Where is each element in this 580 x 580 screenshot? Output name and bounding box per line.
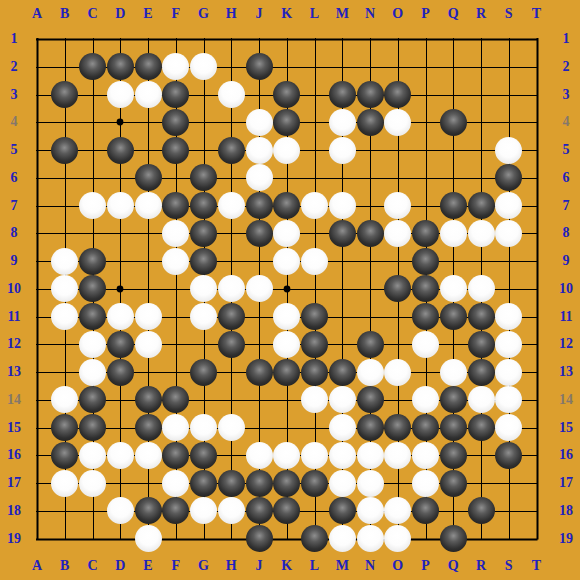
board-intersection-J11[interactable] bbox=[245, 303, 273, 331]
board-intersection-K14[interactable] bbox=[273, 386, 301, 414]
board-intersection-K8[interactable] bbox=[273, 219, 301, 247]
board-intersection-A5[interactable] bbox=[23, 136, 51, 164]
board-intersection-C14[interactable] bbox=[79, 386, 107, 414]
board-intersection-L7[interactable] bbox=[301, 192, 329, 220]
board-intersection-D13[interactable] bbox=[106, 358, 134, 386]
board-intersection-M1[interactable] bbox=[328, 25, 356, 53]
board-intersection-K5[interactable] bbox=[273, 136, 301, 164]
board-intersection-K12[interactable] bbox=[273, 330, 301, 358]
board-intersection-T13[interactable] bbox=[523, 358, 551, 386]
board-intersection-L19[interactable] bbox=[301, 525, 329, 553]
board-intersection-T11[interactable] bbox=[523, 303, 551, 331]
board-intersection-P4[interactable] bbox=[412, 108, 440, 136]
board-intersection-L5[interactable] bbox=[301, 136, 329, 164]
board-intersection-F5[interactable] bbox=[162, 136, 190, 164]
board-intersection-R6[interactable] bbox=[467, 164, 495, 192]
board-intersection-T18[interactable] bbox=[523, 497, 551, 525]
board-intersection-J12[interactable] bbox=[245, 330, 273, 358]
board-intersection-G6[interactable] bbox=[190, 164, 218, 192]
board-intersection-D18[interactable] bbox=[106, 497, 134, 525]
board-intersection-M13[interactable] bbox=[328, 358, 356, 386]
board-intersection-E18[interactable] bbox=[134, 497, 162, 525]
board-intersection-T14[interactable] bbox=[523, 386, 551, 414]
board-intersection-T7[interactable] bbox=[523, 192, 551, 220]
board-intersection-P19[interactable] bbox=[412, 525, 440, 553]
board-intersection-O9[interactable] bbox=[384, 247, 412, 275]
board-intersection-T16[interactable] bbox=[523, 441, 551, 469]
board-intersection-Q2[interactable] bbox=[439, 53, 467, 81]
board-intersection-F13[interactable] bbox=[162, 358, 190, 386]
board-intersection-Q4[interactable] bbox=[439, 108, 467, 136]
board-intersection-O16[interactable] bbox=[384, 441, 412, 469]
board-intersection-E13[interactable] bbox=[134, 358, 162, 386]
board-intersection-N5[interactable] bbox=[356, 136, 384, 164]
board-intersection-T17[interactable] bbox=[523, 469, 551, 497]
board-intersection-B1[interactable] bbox=[51, 25, 79, 53]
board-intersection-T19[interactable] bbox=[523, 525, 551, 553]
board-intersection-S10[interactable] bbox=[495, 275, 523, 303]
board-intersection-R2[interactable] bbox=[467, 53, 495, 81]
board-intersection-T2[interactable] bbox=[523, 53, 551, 81]
board-intersection-F2[interactable] bbox=[162, 53, 190, 81]
board-intersection-P6[interactable] bbox=[412, 164, 440, 192]
board-intersection-G13[interactable] bbox=[190, 358, 218, 386]
board-intersection-H12[interactable] bbox=[217, 330, 245, 358]
board-intersection-S1[interactable] bbox=[495, 25, 523, 53]
board-intersection-A15[interactable] bbox=[23, 414, 51, 442]
board-intersection-P16[interactable] bbox=[412, 441, 440, 469]
board-intersection-E10[interactable] bbox=[134, 275, 162, 303]
board-intersection-A7[interactable] bbox=[23, 192, 51, 220]
board-intersection-K19[interactable] bbox=[273, 525, 301, 553]
board-intersection-L1[interactable] bbox=[301, 25, 329, 53]
board-intersection-O3[interactable] bbox=[384, 81, 412, 109]
board-intersection-A14[interactable] bbox=[23, 386, 51, 414]
board-intersection-S4[interactable] bbox=[495, 108, 523, 136]
board-intersection-B7[interactable] bbox=[51, 192, 79, 220]
board-intersection-G1[interactable] bbox=[190, 25, 218, 53]
board-intersection-S3[interactable] bbox=[495, 81, 523, 109]
board-intersection-P13[interactable] bbox=[412, 358, 440, 386]
board-intersection-E9[interactable] bbox=[134, 247, 162, 275]
board-intersection-N16[interactable] bbox=[356, 441, 384, 469]
board-intersection-N14[interactable] bbox=[356, 386, 384, 414]
board-intersection-Q9[interactable] bbox=[439, 247, 467, 275]
board-intersection-Q13[interactable] bbox=[439, 358, 467, 386]
board-intersection-M19[interactable] bbox=[328, 525, 356, 553]
board-intersection-B19[interactable] bbox=[51, 525, 79, 553]
board-intersection-R3[interactable] bbox=[467, 81, 495, 109]
board-intersection-B17[interactable] bbox=[51, 469, 79, 497]
board-intersection-P9[interactable] bbox=[412, 247, 440, 275]
board-intersection-L10[interactable] bbox=[301, 275, 329, 303]
board-intersection-G9[interactable] bbox=[190, 247, 218, 275]
board-intersection-S2[interactable] bbox=[495, 53, 523, 81]
board-intersection-R7[interactable] bbox=[467, 192, 495, 220]
board-intersection-E8[interactable] bbox=[134, 219, 162, 247]
board-intersection-K9[interactable] bbox=[273, 247, 301, 275]
board-intersection-C13[interactable] bbox=[79, 358, 107, 386]
board-intersection-H3[interactable] bbox=[217, 81, 245, 109]
board-intersection-H15[interactable] bbox=[217, 414, 245, 442]
board-intersection-T15[interactable] bbox=[523, 414, 551, 442]
board-intersection-R18[interactable] bbox=[467, 497, 495, 525]
board-intersection-P11[interactable] bbox=[412, 303, 440, 331]
board-intersection-M17[interactable] bbox=[328, 469, 356, 497]
board-intersection-E11[interactable] bbox=[134, 303, 162, 331]
board-intersection-S12[interactable] bbox=[495, 330, 523, 358]
board-intersection-P1[interactable] bbox=[412, 25, 440, 53]
board-intersection-F1[interactable] bbox=[162, 25, 190, 53]
board-intersection-R12[interactable] bbox=[467, 330, 495, 358]
board-intersection-F14[interactable] bbox=[162, 386, 190, 414]
board-intersection-G14[interactable] bbox=[190, 386, 218, 414]
board-intersection-L8[interactable] bbox=[301, 219, 329, 247]
board-intersection-D16[interactable] bbox=[106, 441, 134, 469]
board-intersection-G8[interactable] bbox=[190, 219, 218, 247]
board-intersection-C16[interactable] bbox=[79, 441, 107, 469]
board-intersection-C6[interactable] bbox=[79, 164, 107, 192]
board-intersection-P10[interactable] bbox=[412, 275, 440, 303]
board-intersection-F17[interactable] bbox=[162, 469, 190, 497]
board-intersection-G12[interactable] bbox=[190, 330, 218, 358]
board-intersection-Q18[interactable] bbox=[439, 497, 467, 525]
board-intersection-M9[interactable] bbox=[328, 247, 356, 275]
board-intersection-K18[interactable] bbox=[273, 497, 301, 525]
board-intersection-J6[interactable] bbox=[245, 164, 273, 192]
board-intersection-Q15[interactable] bbox=[439, 414, 467, 442]
board-intersection-D10[interactable] bbox=[106, 275, 134, 303]
board-intersection-M3[interactable] bbox=[328, 81, 356, 109]
board-intersection-S17[interactable] bbox=[495, 469, 523, 497]
board-intersection-M18[interactable] bbox=[328, 497, 356, 525]
board-intersection-H7[interactable] bbox=[217, 192, 245, 220]
board-intersection-H13[interactable] bbox=[217, 358, 245, 386]
board-intersection-C7[interactable] bbox=[79, 192, 107, 220]
board-intersection-A9[interactable] bbox=[23, 247, 51, 275]
board-intersection-R10[interactable] bbox=[467, 275, 495, 303]
board-intersection-S6[interactable] bbox=[495, 164, 523, 192]
board-intersection-E2[interactable] bbox=[134, 53, 162, 81]
board-intersection-C9[interactable] bbox=[79, 247, 107, 275]
board-intersection-B8[interactable] bbox=[51, 219, 79, 247]
board-intersection-F4[interactable] bbox=[162, 108, 190, 136]
board-intersection-K2[interactable] bbox=[273, 53, 301, 81]
board-intersection-H16[interactable] bbox=[217, 441, 245, 469]
board-intersection-B16[interactable] bbox=[51, 441, 79, 469]
board-intersection-H19[interactable] bbox=[217, 525, 245, 553]
board-intersection-A3[interactable] bbox=[23, 81, 51, 109]
board-intersection-G16[interactable] bbox=[190, 441, 218, 469]
board-intersection-Q11[interactable] bbox=[439, 303, 467, 331]
board-intersection-N3[interactable] bbox=[356, 81, 384, 109]
board-intersection-R17[interactable] bbox=[467, 469, 495, 497]
board-intersection-L3[interactable] bbox=[301, 81, 329, 109]
board-intersection-G3[interactable] bbox=[190, 81, 218, 109]
board-intersection-B12[interactable] bbox=[51, 330, 79, 358]
board-intersection-H4[interactable] bbox=[217, 108, 245, 136]
board-intersection-R8[interactable] bbox=[467, 219, 495, 247]
board-intersection-E17[interactable] bbox=[134, 469, 162, 497]
board-intersection-N15[interactable] bbox=[356, 414, 384, 442]
board-intersection-G4[interactable] bbox=[190, 108, 218, 136]
board-intersection-T6[interactable] bbox=[523, 164, 551, 192]
board-intersection-C2[interactable] bbox=[79, 53, 107, 81]
board-intersection-P17[interactable] bbox=[412, 469, 440, 497]
board-intersection-O14[interactable] bbox=[384, 386, 412, 414]
board-intersection-F19[interactable] bbox=[162, 525, 190, 553]
board-intersection-C5[interactable] bbox=[79, 136, 107, 164]
board-intersection-R1[interactable] bbox=[467, 25, 495, 53]
board-intersection-O11[interactable] bbox=[384, 303, 412, 331]
board-intersection-S16[interactable] bbox=[495, 441, 523, 469]
board-intersection-L18[interactable] bbox=[301, 497, 329, 525]
board-intersection-D14[interactable] bbox=[106, 386, 134, 414]
board-intersection-O6[interactable] bbox=[384, 164, 412, 192]
board-intersection-A4[interactable] bbox=[23, 108, 51, 136]
board-intersection-N1[interactable] bbox=[356, 25, 384, 53]
board-intersection-R9[interactable] bbox=[467, 247, 495, 275]
board-intersection-H11[interactable] bbox=[217, 303, 245, 331]
board-intersection-L15[interactable] bbox=[301, 414, 329, 442]
board-intersection-E19[interactable] bbox=[134, 525, 162, 553]
board-intersection-L13[interactable] bbox=[301, 358, 329, 386]
board-intersection-F16[interactable] bbox=[162, 441, 190, 469]
board-intersection-L2[interactable] bbox=[301, 53, 329, 81]
board-intersection-Q19[interactable] bbox=[439, 525, 467, 553]
board-intersection-B2[interactable] bbox=[51, 53, 79, 81]
board-intersection-Q10[interactable] bbox=[439, 275, 467, 303]
board-intersection-C19[interactable] bbox=[79, 525, 107, 553]
board-intersection-B13[interactable] bbox=[51, 358, 79, 386]
board-intersection-D19[interactable] bbox=[106, 525, 134, 553]
board-intersection-G18[interactable] bbox=[190, 497, 218, 525]
board-intersection-R4[interactable] bbox=[467, 108, 495, 136]
board-intersection-J7[interactable] bbox=[245, 192, 273, 220]
board-intersection-S13[interactable] bbox=[495, 358, 523, 386]
board-intersection-E7[interactable] bbox=[134, 192, 162, 220]
board-intersection-N11[interactable] bbox=[356, 303, 384, 331]
board-intersection-T9[interactable] bbox=[523, 247, 551, 275]
board-intersection-J9[interactable] bbox=[245, 247, 273, 275]
board-intersection-O5[interactable] bbox=[384, 136, 412, 164]
board-intersection-R5[interactable] bbox=[467, 136, 495, 164]
board-intersection-F9[interactable] bbox=[162, 247, 190, 275]
board-intersection-E3[interactable] bbox=[134, 81, 162, 109]
board-intersection-M2[interactable] bbox=[328, 53, 356, 81]
board-intersection-G10[interactable] bbox=[190, 275, 218, 303]
board-intersection-M6[interactable] bbox=[328, 164, 356, 192]
board-intersection-R19[interactable] bbox=[467, 525, 495, 553]
board-intersection-D2[interactable] bbox=[106, 53, 134, 81]
board-intersection-K7[interactable] bbox=[273, 192, 301, 220]
board-intersection-C15[interactable] bbox=[79, 414, 107, 442]
board-intersection-A19[interactable] bbox=[23, 525, 51, 553]
board-intersection-M15[interactable] bbox=[328, 414, 356, 442]
board-intersection-H8[interactable] bbox=[217, 219, 245, 247]
board-intersection-B6[interactable] bbox=[51, 164, 79, 192]
board-intersection-F12[interactable] bbox=[162, 330, 190, 358]
board-intersection-A6[interactable] bbox=[23, 164, 51, 192]
board-intersection-A1[interactable] bbox=[23, 25, 51, 53]
board-intersection-D1[interactable] bbox=[106, 25, 134, 53]
board-intersection-N10[interactable] bbox=[356, 275, 384, 303]
board-intersection-A17[interactable] bbox=[23, 469, 51, 497]
board-intersection-C17[interactable] bbox=[79, 469, 107, 497]
board-intersection-H6[interactable] bbox=[217, 164, 245, 192]
board-intersection-K6[interactable] bbox=[273, 164, 301, 192]
board-intersection-N13[interactable] bbox=[356, 358, 384, 386]
board-intersection-J3[interactable] bbox=[245, 81, 273, 109]
board-intersection-P18[interactable] bbox=[412, 497, 440, 525]
board-intersection-Q6[interactable] bbox=[439, 164, 467, 192]
board-intersection-N4[interactable] bbox=[356, 108, 384, 136]
board-intersection-B18[interactable] bbox=[51, 497, 79, 525]
board-intersection-A13[interactable] bbox=[23, 358, 51, 386]
board-intersection-P3[interactable] bbox=[412, 81, 440, 109]
board-intersection-J18[interactable] bbox=[245, 497, 273, 525]
board-intersection-B14[interactable] bbox=[51, 386, 79, 414]
board-intersection-J16[interactable] bbox=[245, 441, 273, 469]
board-intersection-D12[interactable] bbox=[106, 330, 134, 358]
board-intersection-A2[interactable] bbox=[23, 53, 51, 81]
board-intersection-M8[interactable] bbox=[328, 219, 356, 247]
board-intersection-G15[interactable] bbox=[190, 414, 218, 442]
board-intersection-R14[interactable] bbox=[467, 386, 495, 414]
board-intersection-H18[interactable] bbox=[217, 497, 245, 525]
board-intersection-K1[interactable] bbox=[273, 25, 301, 53]
board-intersection-M14[interactable] bbox=[328, 386, 356, 414]
board-intersection-Q7[interactable] bbox=[439, 192, 467, 220]
board-intersection-E1[interactable] bbox=[134, 25, 162, 53]
board-intersection-R15[interactable] bbox=[467, 414, 495, 442]
board-intersection-O18[interactable] bbox=[384, 497, 412, 525]
board-intersection-C1[interactable] bbox=[79, 25, 107, 53]
board-intersection-D7[interactable] bbox=[106, 192, 134, 220]
board-intersection-F15[interactable] bbox=[162, 414, 190, 442]
board-intersection-F3[interactable] bbox=[162, 81, 190, 109]
board-intersection-T4[interactable] bbox=[523, 108, 551, 136]
board-intersection-L14[interactable] bbox=[301, 386, 329, 414]
board-intersection-S5[interactable] bbox=[495, 136, 523, 164]
board-intersection-F11[interactable] bbox=[162, 303, 190, 331]
board-intersection-C8[interactable] bbox=[79, 219, 107, 247]
board-intersection-E14[interactable] bbox=[134, 386, 162, 414]
board-intersection-B9[interactable] bbox=[51, 247, 79, 275]
board-intersection-P7[interactable] bbox=[412, 192, 440, 220]
board-intersection-P14[interactable] bbox=[412, 386, 440, 414]
board-intersection-K10[interactable] bbox=[273, 275, 301, 303]
board-intersection-G2[interactable] bbox=[190, 53, 218, 81]
board-intersection-J17[interactable] bbox=[245, 469, 273, 497]
board-intersection-O7[interactable] bbox=[384, 192, 412, 220]
board-intersection-P12[interactable] bbox=[412, 330, 440, 358]
board-intersection-G11[interactable] bbox=[190, 303, 218, 331]
board-intersection-H17[interactable] bbox=[217, 469, 245, 497]
board-intersection-Q1[interactable] bbox=[439, 25, 467, 53]
board-intersection-N12[interactable] bbox=[356, 330, 384, 358]
board-intersection-P8[interactable] bbox=[412, 219, 440, 247]
board-intersection-D5[interactable] bbox=[106, 136, 134, 164]
board-intersection-L17[interactable] bbox=[301, 469, 329, 497]
board-intersection-H5[interactable] bbox=[217, 136, 245, 164]
board-intersection-J8[interactable] bbox=[245, 219, 273, 247]
board-intersection-D11[interactable] bbox=[106, 303, 134, 331]
board-intersection-J5[interactable] bbox=[245, 136, 273, 164]
board-intersection-E16[interactable] bbox=[134, 441, 162, 469]
board-intersection-N19[interactable] bbox=[356, 525, 384, 553]
board-intersection-S8[interactable] bbox=[495, 219, 523, 247]
board-intersection-J15[interactable] bbox=[245, 414, 273, 442]
board-intersection-E4[interactable] bbox=[134, 108, 162, 136]
board-intersection-N8[interactable] bbox=[356, 219, 384, 247]
board-intersection-D15[interactable] bbox=[106, 414, 134, 442]
board-intersection-A11[interactable] bbox=[23, 303, 51, 331]
board-intersection-O10[interactable] bbox=[384, 275, 412, 303]
board-intersection-H10[interactable] bbox=[217, 275, 245, 303]
board-intersection-J19[interactable] bbox=[245, 525, 273, 553]
board-intersection-O17[interactable] bbox=[384, 469, 412, 497]
board-intersection-P5[interactable] bbox=[412, 136, 440, 164]
board-intersection-C18[interactable] bbox=[79, 497, 107, 525]
board-intersection-T3[interactable] bbox=[523, 81, 551, 109]
board-intersection-G7[interactable] bbox=[190, 192, 218, 220]
board-intersection-Q16[interactable] bbox=[439, 441, 467, 469]
board-intersection-M10[interactable] bbox=[328, 275, 356, 303]
board-intersection-O2[interactable] bbox=[384, 53, 412, 81]
board-intersection-Q14[interactable] bbox=[439, 386, 467, 414]
board-intersection-N18[interactable] bbox=[356, 497, 384, 525]
board-intersection-Q5[interactable] bbox=[439, 136, 467, 164]
board-intersection-O4[interactable] bbox=[384, 108, 412, 136]
board-intersection-M12[interactable] bbox=[328, 330, 356, 358]
board-intersection-J2[interactable] bbox=[245, 53, 273, 81]
board-intersection-G17[interactable] bbox=[190, 469, 218, 497]
board-intersection-G19[interactable] bbox=[190, 525, 218, 553]
board-intersection-K17[interactable] bbox=[273, 469, 301, 497]
board-intersection-D3[interactable] bbox=[106, 81, 134, 109]
board-intersection-N7[interactable] bbox=[356, 192, 384, 220]
board-intersection-A16[interactable] bbox=[23, 441, 51, 469]
board-intersection-M7[interactable] bbox=[328, 192, 356, 220]
board-intersection-B3[interactable] bbox=[51, 81, 79, 109]
board-intersection-J1[interactable] bbox=[245, 25, 273, 53]
board-intersection-G5[interactable] bbox=[190, 136, 218, 164]
board-intersection-J14[interactable] bbox=[245, 386, 273, 414]
board-intersection-D8[interactable] bbox=[106, 219, 134, 247]
board-intersection-M5[interactable] bbox=[328, 136, 356, 164]
board-intersection-C12[interactable] bbox=[79, 330, 107, 358]
board-intersection-N2[interactable] bbox=[356, 53, 384, 81]
board-intersection-B15[interactable] bbox=[51, 414, 79, 442]
board-intersection-Q3[interactable] bbox=[439, 81, 467, 109]
board-intersection-F7[interactable] bbox=[162, 192, 190, 220]
board-intersection-R16[interactable] bbox=[467, 441, 495, 469]
board-intersection-B10[interactable] bbox=[51, 275, 79, 303]
board-intersection-K11[interactable] bbox=[273, 303, 301, 331]
board-intersection-F10[interactable] bbox=[162, 275, 190, 303]
board-intersection-S11[interactable] bbox=[495, 303, 523, 331]
board-intersection-H9[interactable] bbox=[217, 247, 245, 275]
board-intersection-T8[interactable] bbox=[523, 219, 551, 247]
board-intersection-L12[interactable] bbox=[301, 330, 329, 358]
board-intersection-N6[interactable] bbox=[356, 164, 384, 192]
board-intersection-A10[interactable] bbox=[23, 275, 51, 303]
board-intersection-T5[interactable] bbox=[523, 136, 551, 164]
board-intersection-R13[interactable] bbox=[467, 358, 495, 386]
board-intersection-H14[interactable] bbox=[217, 386, 245, 414]
board-intersection-L9[interactable] bbox=[301, 247, 329, 275]
